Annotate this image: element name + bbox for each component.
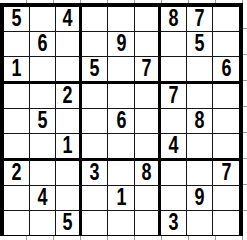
cell-r2c1[interactable] xyxy=(4,32,30,57)
cell-r5c1[interactable] xyxy=(4,109,30,134)
cell-r5c9[interactable] xyxy=(213,109,239,134)
given-digit: 1 xyxy=(116,186,126,210)
given-digit: 5 xyxy=(90,57,100,81)
cell-r1c6[interactable] xyxy=(135,7,161,32)
cell-r6c7: 4 xyxy=(161,134,187,161)
given-digit: 8 xyxy=(168,7,178,31)
cell-r7c3[interactable] xyxy=(56,161,82,186)
cell-r9c6[interactable] xyxy=(135,211,161,235)
cell-r7c5[interactable] xyxy=(108,161,134,186)
cell-r7c8[interactable] xyxy=(187,161,213,186)
cell-r8c9[interactable] xyxy=(213,186,239,211)
given-digit: 3 xyxy=(90,161,100,185)
cell-r9c3: 5 xyxy=(56,211,82,235)
cell-r5c5: 6 xyxy=(108,109,134,134)
cell-r5c7[interactable] xyxy=(161,109,187,134)
cell-r3c4: 5 xyxy=(82,57,108,84)
cell-r8c2: 4 xyxy=(30,186,56,211)
cell-r8c4[interactable] xyxy=(82,186,108,211)
cell-r3c1: 1 xyxy=(4,57,30,84)
cell-r9c4[interactable] xyxy=(82,211,108,235)
cell-r7c6: 8 xyxy=(135,161,161,186)
cell-r1c7: 8 xyxy=(161,7,187,32)
cell-r6c9[interactable] xyxy=(213,134,239,161)
given-digit: 4 xyxy=(63,7,73,31)
cell-r3c7[interactable] xyxy=(161,57,187,84)
cell-r4c2[interactable] xyxy=(30,84,56,109)
cell-r5c3[interactable] xyxy=(56,109,82,134)
cell-r9c7: 3 xyxy=(161,211,187,235)
cell-r3c8[interactable] xyxy=(187,57,213,84)
cell-r6c5[interactable] xyxy=(108,134,134,161)
cell-r9c8[interactable] xyxy=(187,211,213,235)
cell-r8c7[interactable] xyxy=(161,186,187,211)
cell-r8c6[interactable] xyxy=(135,186,161,211)
spreadsheet-gridline-stub-bottom xyxy=(0,236,247,240)
cell-r4c3: 2 xyxy=(56,84,82,109)
cell-r8c5: 1 xyxy=(108,186,134,211)
cell-r2c6[interactable] xyxy=(135,32,161,57)
cell-r8c1[interactable] xyxy=(4,186,30,211)
cell-r4c9[interactable] xyxy=(213,84,239,109)
cell-r9c1[interactable] xyxy=(4,211,30,235)
cell-r3c9: 6 xyxy=(213,57,239,84)
given-digit: 4 xyxy=(168,134,178,158)
cell-r2c7[interactable] xyxy=(161,32,187,57)
cell-r6c4[interactable] xyxy=(82,134,108,161)
cell-r1c2[interactable] xyxy=(30,7,56,32)
given-digit: 6 xyxy=(116,109,126,133)
given-digit: 5 xyxy=(194,32,204,56)
cell-r4c5[interactable] xyxy=(108,84,134,109)
cell-r1c9[interactable] xyxy=(213,7,239,32)
given-digit: 4 xyxy=(38,186,48,210)
cell-r7c7[interactable] xyxy=(161,161,187,186)
cell-r4c7: 7 xyxy=(161,84,187,109)
cell-r3c6: 7 xyxy=(135,57,161,84)
cell-r7c4: 3 xyxy=(82,161,108,186)
given-digit: 7 xyxy=(221,161,231,185)
cell-r7c9: 7 xyxy=(213,161,239,186)
cell-r6c6[interactable] xyxy=(135,134,161,161)
cell-r4c4[interactable] xyxy=(82,84,108,109)
cell-r8c3[interactable] xyxy=(56,186,82,211)
given-digit: 1 xyxy=(63,134,73,158)
cell-r6c2[interactable] xyxy=(30,134,56,161)
sudoku-board: 548769515762756814238741953 xyxy=(0,3,243,236)
given-digit: 3 xyxy=(168,211,178,235)
cell-r2c2: 6 xyxy=(30,32,56,57)
cell-r2c9[interactable] xyxy=(213,32,239,57)
cell-r7c2[interactable] xyxy=(30,161,56,186)
cell-r1c8: 7 xyxy=(187,7,213,32)
cell-r5c2: 5 xyxy=(30,109,56,134)
cell-r7c1: 2 xyxy=(4,161,30,186)
cell-r1c1: 5 xyxy=(4,7,30,32)
cell-r2c3[interactable] xyxy=(56,32,82,57)
sudoku-screenshot: 548769515762756814238741953 xyxy=(0,0,247,240)
cell-r5c6[interactable] xyxy=(135,109,161,134)
given-digit: 7 xyxy=(194,7,204,31)
given-digit: 5 xyxy=(38,109,48,133)
spreadsheet-gridline-stub-right xyxy=(243,3,247,236)
given-digit: 8 xyxy=(194,109,204,133)
cell-r6c8[interactable] xyxy=(187,134,213,161)
given-digit: 6 xyxy=(38,32,48,56)
cell-r2c8: 5 xyxy=(187,32,213,57)
given-digit: 9 xyxy=(194,186,204,210)
cell-r9c5[interactable] xyxy=(108,211,134,235)
cell-r3c5[interactable] xyxy=(108,57,134,84)
cell-r8c8: 9 xyxy=(187,186,213,211)
cell-r3c3[interactable] xyxy=(56,57,82,84)
given-digit: 2 xyxy=(63,84,73,108)
cell-r1c3: 4 xyxy=(56,7,82,32)
cell-r2c5: 9 xyxy=(108,32,134,57)
given-digit: 5 xyxy=(63,211,73,235)
cell-r5c8: 8 xyxy=(187,109,213,134)
cell-r6c3: 1 xyxy=(56,134,82,161)
given-digit: 9 xyxy=(116,32,126,56)
cell-r2c4[interactable] xyxy=(82,32,108,57)
given-digit: 6 xyxy=(221,57,231,81)
cell-r9c2[interactable] xyxy=(30,211,56,235)
cell-r1c5[interactable] xyxy=(108,7,134,32)
given-digit: 1 xyxy=(12,57,22,81)
given-digit: 2 xyxy=(12,161,22,185)
cell-r4c8[interactable] xyxy=(187,84,213,109)
cell-r5c4[interactable] xyxy=(82,109,108,134)
cell-r1c4[interactable] xyxy=(82,7,108,32)
cell-r4c1[interactable] xyxy=(4,84,30,109)
cell-r3c2[interactable] xyxy=(30,57,56,84)
cell-r4c6[interactable] xyxy=(135,84,161,109)
cell-r9c9[interactable] xyxy=(213,211,239,235)
cell-r6c1[interactable] xyxy=(4,134,30,161)
given-digit: 8 xyxy=(141,161,151,185)
given-digit: 7 xyxy=(168,84,178,108)
given-digit: 5 xyxy=(12,7,22,31)
given-digit: 7 xyxy=(141,57,151,81)
